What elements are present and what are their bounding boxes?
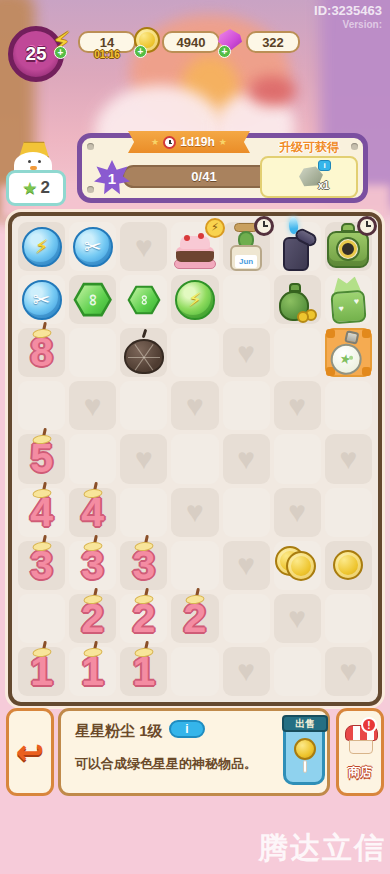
board-cell-r4c7[interactable] — [325, 381, 372, 430]
sell-ribbon-label: 出售 — [282, 715, 328, 732]
heart-watermark-icon: ♥ — [237, 338, 255, 368]
board-cell-r4c1[interactable] — [18, 381, 65, 430]
board-cell-r7c5[interactable]: ♥ — [223, 541, 270, 590]
item-candle-2[interactable]: 2 — [81, 598, 104, 639]
item-info-panel: 星星粉尘 1级 i 可以合成绿色星星的神秘物品。 出售 — [58, 708, 330, 796]
lollipop-stick — [303, 760, 307, 773]
timer-badge-icon — [254, 216, 274, 236]
item-cobweb-blob[interactable] — [122, 332, 166, 374]
scissors-icon: ✂ — [33, 288, 51, 312]
energy-value: 14 — [100, 35, 114, 50]
board-cell-r8c3[interactable]: 2 — [120, 594, 167, 643]
gem-inner-icon: ∞ — [135, 294, 152, 304]
item-green-parcel[interactable]: ♥♥ — [328, 275, 369, 324]
heart-watermark-icon: ♥ — [340, 656, 358, 686]
info-flag-icon[interactable]: i — [318, 160, 331, 171]
board-cell-r2c5[interactable] — [223, 275, 270, 324]
board-cell-r2c1[interactable]: ✂ — [18, 275, 65, 324]
board-cell-r8c4[interactable]: 2 — [171, 594, 218, 643]
rivet — [87, 186, 94, 193]
back-arrow-icon: ↩ — [16, 732, 45, 772]
upgrade-reward-label: 升级可获得 — [248, 139, 370, 156]
board-cell-r6c5[interactable] — [223, 488, 270, 537]
heart-watermark-icon: ♥ — [84, 391, 102, 421]
coins-icon-wrap[interactable]: + — [134, 27, 160, 53]
board-cell-r2c2[interactable]: ∞ — [69, 275, 116, 324]
board-cell-r1c7[interactable] — [325, 222, 372, 271]
item-candle-4[interactable]: 4 — [81, 492, 104, 533]
board-cell-r2c3[interactable]: ∞ — [120, 275, 167, 324]
gems-value: 322 — [262, 35, 284, 50]
energy-timer: 01:16 — [84, 49, 130, 60]
board-cell-r2c6[interactable] — [274, 275, 321, 324]
item-candle-4[interactable]: 4 — [30, 492, 53, 533]
item-coins-stack[interactable] — [275, 546, 319, 584]
item-candle-2[interactable]: 2 — [132, 598, 155, 639]
scissors-icon: ✂ — [84, 235, 102, 259]
board-cell-r1c4[interactable]: ⚡ — [171, 222, 218, 271]
game-screen: ♥ 25 ⚡ + 14 01:16 + 4940 + 322 ID:323546… — [0, 0, 390, 874]
board-cell-r4c2[interactable]: ♥ — [69, 381, 116, 430]
item-candle-1[interactable]: 1 — [81, 651, 104, 692]
board-cell-r9c5[interactable]: ♥ — [223, 647, 270, 696]
heart-watermark-icon: ♥ — [237, 444, 255, 474]
stage-value: 1 — [108, 170, 116, 187]
energy-icon[interactable]: ⚡ + — [52, 26, 71, 58]
progress-value: 0/41 — [191, 169, 216, 184]
star-icon: ★ — [151, 137, 159, 147]
watermark: 腾达立信 — [258, 828, 386, 869]
board-cell-r4c4[interactable]: ♥ — [171, 381, 218, 430]
item-blue-flame-lighter[interactable] — [277, 223, 317, 271]
shop-alert-badge: ! — [361, 717, 377, 733]
item-birthday-cake[interactable]: ⚡ — [172, 225, 218, 269]
board-cell-r5c4[interactable] — [171, 434, 218, 483]
board-cell-r3c1[interactable]: 8 — [18, 328, 65, 377]
board-cell-r6c7[interactable] — [325, 488, 372, 537]
board-cell-r4c6[interactable]: ♥ — [274, 381, 321, 430]
event-time-left: 1d19h — [180, 135, 215, 149]
board-cell-r8c5[interactable] — [223, 594, 270, 643]
board-cell-r3c7[interactable]: ★ — [325, 328, 372, 377]
board-cell-r1c3[interactable]: ♥ — [120, 222, 167, 271]
clock-icon — [163, 136, 176, 149]
heart-watermark-icon: ♥ — [135, 444, 153, 474]
board-cell-r5c1[interactable]: 5 — [18, 434, 65, 483]
heart-watermark-icon: ♥ — [186, 391, 204, 421]
board-cell-r5c2[interactable] — [69, 434, 116, 483]
coins-value: 4940 — [177, 35, 206, 50]
board-cell-r9c2[interactable]: 1 — [69, 647, 116, 696]
board-cell-r6c3[interactable] — [120, 488, 167, 537]
jar-label: Jun — [235, 255, 257, 268]
shop-button[interactable]: ! 商店 — [336, 708, 384, 796]
item-candle-8[interactable]: 8 — [30, 332, 53, 373]
heart-watermark-icon: ♥ — [340, 444, 358, 474]
selected-item-title: 星星粉尘 1级 — [75, 722, 163, 741]
star-count: 2 — [40, 178, 49, 198]
quest-panel[interactable]: ★ 1d19h ★ 1 0/41 升级可获得 i x1 — [77, 133, 368, 203]
green-star-icon: ★ — [22, 178, 37, 199]
board-cell-r6c2[interactable]: 4 — [69, 488, 116, 537]
add-energy-button[interactable]: + — [54, 46, 67, 59]
shop-label: 商店 — [339, 764, 381, 781]
board-cell-r3c3[interactable] — [120, 328, 167, 377]
board-cell-r9c6[interactable] — [274, 647, 321, 696]
reward-count: x1 — [318, 180, 329, 191]
item-candle-2[interactable]: 2 — [184, 598, 207, 639]
board-cell-r9c3[interactable]: 1 — [120, 647, 167, 696]
player-id: ID:3235463 — [314, 3, 382, 18]
heart-watermark-icon: ♥ — [186, 497, 204, 527]
board-cell-r8c6[interactable]: ♥ — [274, 594, 321, 643]
board-cell-r8c1[interactable] — [18, 594, 65, 643]
star-icon: ★ — [219, 137, 227, 147]
item-candle-1[interactable]: 1 — [30, 651, 53, 692]
coins-counter: 4940 — [162, 31, 220, 53]
item-candle-3[interactable]: 3 — [132, 545, 155, 586]
board-cell-r3c5[interactable]: ♥ — [223, 328, 270, 377]
board-cell-r9c1[interactable]: 1 — [18, 647, 65, 696]
board-cell-r6c6[interactable]: ♥ — [274, 488, 321, 537]
level-value: 25 — [25, 43, 46, 65]
event-timer-banner: ★ 1d19h ★ — [128, 131, 250, 153]
shop-body-icon — [349, 740, 373, 754]
gems-counter: 322 — [246, 31, 300, 53]
board-cell-r6c1[interactable]: 4 — [18, 488, 65, 537]
board-cell-r6c4[interactable]: ♥ — [171, 488, 218, 537]
energy-bubble-badge: ⚡ — [205, 218, 225, 238]
item-green-energy-bubble[interactable]: ⚡ — [175, 280, 215, 320]
board-cell-r5c5[interactable]: ♥ — [223, 434, 270, 483]
coin-lollipop-icon — [294, 738, 316, 760]
board-cell-r9c4[interactable] — [171, 647, 218, 696]
background-red-bow — [248, 76, 296, 106]
item-energy-bubble[interactable]: ⚡ — [22, 227, 62, 267]
item-money-bag[interactable] — [277, 279, 317, 321]
board-cell-r5c6[interactable] — [274, 434, 321, 483]
add-coins-button[interactable]: + — [134, 45, 147, 58]
board-cell-r7c1[interactable]: 3 — [18, 541, 65, 590]
sell-button[interactable]: 出售 — [283, 721, 325, 785]
board-cell-r5c7[interactable]: ♥ — [325, 434, 372, 483]
board-cell-r7c4[interactable] — [171, 541, 218, 590]
heart-watermark-icon: ♥ — [135, 232, 153, 262]
item-green-hex-gem[interactable]: ∞ — [73, 282, 113, 318]
board-cell-r4c5[interactable] — [223, 381, 270, 430]
heart-watermark-icon: ♥ — [288, 603, 306, 633]
board-cell-r3c4[interactable] — [171, 328, 218, 377]
lightning-icon: ⚡ — [188, 288, 201, 311]
board-cell-r7c3[interactable]: 3 — [120, 541, 167, 590]
item-cactus-jar[interactable]: Jun — [226, 223, 266, 271]
gems-icon-wrap[interactable]: + — [218, 29, 242, 51]
board-cell-r9c7[interactable]: ♥ — [325, 647, 372, 696]
item-coin[interactable] — [332, 549, 364, 581]
selected-item-description: 可以合成绿色星星的神秘物品。 — [75, 755, 275, 773]
gem-inner-icon: ∞ — [83, 294, 103, 306]
item-candle-3[interactable]: 3 — [81, 545, 104, 586]
version-label: Version: — [343, 19, 382, 30]
board-cell-r2c7[interactable]: ♥♥ — [325, 275, 372, 324]
item-candle-3[interactable]: 3 — [30, 545, 53, 586]
merge-board: ⚡✂♥ ⚡ Jun ✂∞∞⚡ ♥♥8 ♥ ★ ♥♥♥5♥♥♥44♥♥333♥ 2… — [8, 212, 382, 706]
star-counter-sign: ★ 2 — [6, 170, 66, 206]
item-green-hex-gem[interactable]: ∞ — [127, 284, 161, 315]
board-cell-r3c2[interactable] — [69, 328, 116, 377]
board-cell-r1c6[interactable] — [274, 222, 321, 271]
add-gems-button[interactable]: + — [218, 45, 231, 58]
heart-watermark-icon: ♥ — [237, 656, 255, 686]
board-cell-r4c3[interactable] — [120, 381, 167, 430]
item-candle-5[interactable]: 5 — [30, 438, 53, 479]
heart-watermark-icon: ♥ — [288, 391, 306, 421]
info-button[interactable]: i — [169, 720, 205, 738]
item-green-lantern-safe[interactable] — [327, 223, 369, 271]
item-scissors-bubble[interactable]: ✂ — [22, 280, 62, 320]
board-cell-r3c6[interactable] — [274, 328, 321, 377]
board-cell-r5c3[interactable]: ♥ — [120, 434, 167, 483]
item-candle-1[interactable]: 1 — [132, 651, 155, 692]
upgrade-reward-card[interactable]: i x1 — [260, 156, 358, 198]
back-button[interactable]: ↩ — [6, 708, 54, 796]
board-cell-r1c2[interactable]: ✂ — [69, 222, 116, 271]
board-cell-r7c7[interactable] — [325, 541, 372, 590]
board-cell-r1c5[interactable]: Jun — [223, 222, 270, 271]
board-cell-r1c1[interactable]: ⚡ — [18, 222, 65, 271]
board-cell-r8c2[interactable]: 2 — [69, 594, 116, 643]
timer-badge-icon — [357, 216, 377, 236]
board-cell-r7c6[interactable] — [274, 541, 321, 590]
board-cell-r7c2[interactable]: 3 — [69, 541, 116, 590]
board-cell-r2c4[interactable]: ⚡ — [171, 275, 218, 324]
stage-badge: 1 — [94, 160, 130, 196]
heart-watermark-icon: ♥ — [288, 497, 306, 527]
heart-watermark-icon: ♥ — [237, 550, 255, 580]
lightning-icon: ⚡ — [35, 235, 48, 258]
board-cell-r8c7[interactable] — [325, 594, 372, 643]
rivet — [87, 143, 94, 150]
item-scissors-bubble[interactable]: ✂ — [73, 227, 113, 267]
